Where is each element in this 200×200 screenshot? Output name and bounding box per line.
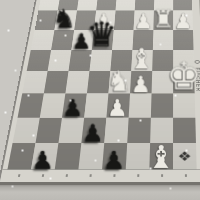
square-e2[interactable] — [104, 117, 128, 142]
square-d3[interactable] — [84, 94, 108, 118]
square-f5[interactable]: ♝ — [131, 50, 153, 71]
square-f3[interactable] — [129, 94, 152, 118]
white-rook[interactable]: ♜ — [153, 7, 174, 31]
board-grid: ♞♟♟♜♟♟♛♝♞♟♚♟♟♟♟♟♝❖ — [7, 0, 196, 170]
black-pawn[interactable]: ♟ — [82, 121, 103, 145]
square-f4[interactable]: ♟ — [130, 71, 152, 94]
white-pawn[interactable]: ♟ — [134, 11, 153, 32]
square-h4[interactable]: ♚ — [173, 71, 195, 94]
white-knight[interactable]: ♞ — [107, 68, 132, 96]
square-h6[interactable] — [173, 30, 193, 50]
square-h7[interactable]: ♟ — [173, 11, 193, 30]
board-corner-emblem: ❖ — [173, 143, 197, 170]
white-pawn[interactable]: ♟ — [131, 73, 151, 96]
square-e3[interactable]: ♟ — [106, 94, 130, 118]
black-pawn[interactable]: ♟ — [103, 148, 125, 173]
white-bishop[interactable]: ♝ — [147, 141, 175, 173]
square-g1[interactable]: ♝ — [149, 143, 173, 170]
black-pawn[interactable]: ♟ — [62, 97, 83, 120]
square-d1[interactable] — [78, 143, 104, 170]
square-h3[interactable] — [173, 94, 195, 118]
square-f7[interactable]: ♟ — [134, 11, 154, 30]
white-bishop[interactable]: ♝ — [129, 45, 154, 73]
square-c5[interactable] — [69, 50, 92, 71]
square-g7[interactable]: ♜ — [153, 11, 173, 30]
square-c2[interactable] — [58, 117, 84, 142]
table-surface — [0, 183, 200, 200]
square-c3[interactable]: ♟ — [62, 94, 87, 118]
chessboard-photo: ♞♟♟♜♟♟♛♝♞♟♚♟♟♟♟♟♝❖ FISCHER — [0, 0, 200, 200]
white-pawn[interactable]: ♟ — [174, 11, 193, 32]
square-b1[interactable]: ♟ — [31, 143, 58, 170]
chess-board: ♞♟♟♜♟♟♛♝♞♟♚♟♟♟♟♟♝❖ FISCHER — [0, 0, 200, 185]
white-pawn[interactable]: ♟ — [107, 97, 128, 120]
border-notation-marks — [9, 174, 194, 177]
square-c1[interactable] — [55, 143, 82, 170]
square-b7[interactable]: ♞ — [55, 11, 77, 30]
black-knight[interactable]: ♞ — [53, 6, 76, 32]
square-c4[interactable] — [65, 71, 89, 94]
square-g6[interactable] — [153, 30, 173, 50]
square-e8[interactable] — [115, 0, 135, 11]
black-queen[interactable]: ♛ — [87, 18, 117, 52]
square-e4[interactable]: ♞ — [108, 71, 131, 94]
black-pawn[interactable]: ♟ — [31, 148, 53, 173]
photo-speckles — [0, 0, 1, 1]
square-h2[interactable] — [173, 117, 196, 142]
square-g3[interactable] — [151, 94, 173, 118]
square-d6[interactable]: ♛ — [92, 30, 114, 50]
square-h1[interactable]: ❖ — [173, 143, 197, 170]
square-d2[interactable]: ♟ — [81, 117, 106, 142]
square-e1[interactable]: ♟ — [102, 143, 127, 170]
white-king[interactable]: ♚ — [167, 57, 200, 96]
